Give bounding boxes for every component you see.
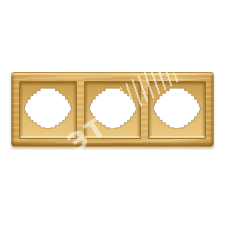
stepped-circle-cutout (89, 88, 136, 128)
module-opening-cutout (89, 87, 137, 129)
stepped-circle-cutout (24, 88, 71, 128)
frame-module (148, 81, 206, 139)
module-opening-cutout (153, 87, 201, 129)
frame-module (84, 81, 142, 139)
module-recess (148, 81, 206, 139)
switch-frame-triple (11, 72, 214, 147)
stepped-circle-cutout (154, 88, 201, 128)
product-photo: ЭТМ (0, 0, 228, 228)
module-recess (84, 81, 142, 139)
module-opening-cutout (24, 87, 72, 129)
module-recess (19, 81, 77, 139)
frame-module (19, 81, 77, 139)
